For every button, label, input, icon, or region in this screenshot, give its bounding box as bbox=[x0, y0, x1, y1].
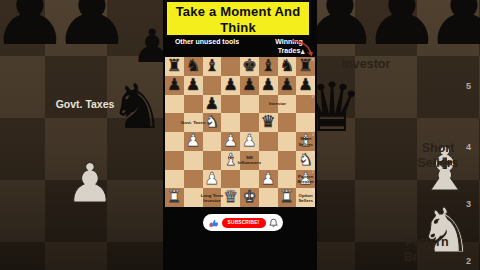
like-icon[interactable] bbox=[209, 218, 219, 228]
more-options-icon[interactable]: ⋯ bbox=[306, 49, 312, 55]
piece-black-pawn[interactable]: ♟ bbox=[204, 96, 219, 113]
square-b1[interactable] bbox=[184, 188, 203, 207]
piece-white-queen[interactable]: ♛ bbox=[223, 189, 238, 206]
square-b6[interactable] bbox=[184, 95, 203, 114]
piece-black-knight[interactable]: ♞ bbox=[186, 58, 201, 75]
square-f1[interactable] bbox=[259, 188, 278, 207]
piece-white-pawn[interactable]: ♟ bbox=[186, 133, 201, 150]
square-c2[interactable]: ♟ bbox=[203, 170, 222, 189]
square-d8[interactable] bbox=[221, 57, 240, 76]
square-a5[interactable] bbox=[165, 113, 184, 132]
square-a4[interactable] bbox=[165, 132, 184, 151]
square-d7[interactable]: ♟ bbox=[221, 76, 240, 95]
piece-black-pawn[interactable]: ♟ bbox=[242, 77, 257, 94]
center-panel: Take a Moment And Think Other unused too… bbox=[163, 0, 317, 270]
square-c6[interactable]: ♟ bbox=[203, 95, 222, 114]
square-g3[interactable] bbox=[278, 151, 297, 170]
piece-black-pawn[interactable]: ♟ bbox=[261, 77, 276, 94]
piece-black-pawn[interactable]: ♟ bbox=[223, 77, 238, 94]
board-mini-toolbar[interactable]: ♟ ⋯ bbox=[300, 49, 312, 55]
square-a6[interactable] bbox=[165, 95, 184, 114]
rank-coord: 1 bbox=[312, 189, 314, 193]
square-c1[interactable] bbox=[203, 188, 222, 207]
square-d5[interactable] bbox=[221, 113, 240, 132]
square-f4[interactable] bbox=[259, 132, 278, 151]
square-h6[interactable]: 6 bbox=[296, 95, 315, 114]
background-rank-coord: 4 bbox=[466, 142, 471, 152]
square-g6[interactable] bbox=[278, 95, 297, 114]
piece-black-pawn[interactable]: ♟ bbox=[186, 77, 201, 94]
square-e1[interactable]: ♚ bbox=[240, 188, 259, 207]
square-b4[interactable]: ♟ bbox=[184, 132, 203, 151]
piece-black-queen[interactable]: ♛ bbox=[261, 114, 276, 131]
square-c7[interactable] bbox=[203, 76, 222, 95]
square-c3[interactable] bbox=[203, 151, 222, 170]
square-c5[interactable]: ♞ bbox=[203, 113, 222, 132]
piece-white-pawn[interactable]: ♟ bbox=[261, 171, 276, 188]
piece-black-pawn[interactable]: ♟ bbox=[279, 77, 294, 94]
subscribe-pill[interactable]: SUBSCRIBE! bbox=[203, 214, 283, 231]
square-e8[interactable]: ♚ bbox=[240, 57, 259, 76]
square-g5[interactable] bbox=[278, 113, 297, 132]
square-g7[interactable]: ♟ bbox=[278, 76, 297, 95]
label-other-unused-tools: Other unused tools bbox=[169, 38, 245, 47]
bell-icon[interactable] bbox=[269, 218, 278, 228]
square-f8[interactable]: ♝ bbox=[259, 57, 278, 76]
rank-coord: 6 bbox=[312, 95, 314, 99]
square-b2[interactable] bbox=[184, 170, 203, 189]
subscribe-label: SUBSCRIBE! bbox=[228, 220, 260, 225]
piece-black-pawn[interactable]: ♟ bbox=[167, 77, 182, 94]
background-label-pattern-breaker: Pattern Breaker bbox=[395, 235, 459, 265]
piece-white-king[interactable]: ♚ bbox=[242, 189, 257, 206]
chess-board[interactable]: ♜♞♝♚♝♞8♜♟♟♟♟♟♟7♟♟6♞♛5♟♟♟4♝♝3♞♟♟2♟♜♛♚♜1 bbox=[165, 57, 315, 207]
piece-white-bishop[interactable]: ♝ bbox=[298, 133, 313, 150]
square-h7[interactable]: 7♟ bbox=[296, 76, 315, 95]
square-b8[interactable]: ♞ bbox=[184, 57, 203, 76]
square-h5[interactable]: 5 bbox=[296, 113, 315, 132]
piece-white-pawn[interactable]: ♟ bbox=[298, 171, 313, 188]
background-label-short-sellers: Short Sellers bbox=[408, 141, 468, 171]
square-h4[interactable]: 4♝ bbox=[296, 132, 315, 151]
piece-white-pawn[interactable]: ♟ bbox=[204, 171, 219, 188]
rank-coord: 5 bbox=[312, 114, 314, 118]
square-g1[interactable]: ♜ bbox=[278, 188, 297, 207]
square-b3[interactable] bbox=[184, 151, 203, 170]
square-g4[interactable] bbox=[278, 132, 297, 151]
square-a1[interactable]: ♜ bbox=[165, 188, 184, 207]
background-rank-coord: 5 bbox=[466, 81, 471, 91]
piece-white-rook[interactable]: ♜ bbox=[279, 189, 294, 206]
background-pawn-icon: ♟ bbox=[66, 157, 114, 211]
piece-black-bishop[interactable]: ♝ bbox=[261, 58, 276, 75]
piece-black-rook[interactable]: ♜ bbox=[167, 58, 182, 75]
background-rank-coord: 3 bbox=[466, 199, 471, 209]
background-label-investor: Investor bbox=[326, 57, 406, 72]
square-e4[interactable]: ♟ bbox=[240, 132, 259, 151]
square-f5[interactable]: ♛ bbox=[259, 113, 278, 132]
square-e7[interactable]: ♟ bbox=[240, 76, 259, 95]
square-f6[interactable] bbox=[259, 95, 278, 114]
square-h8[interactable]: 8♜ bbox=[296, 57, 315, 76]
background-knight-icon: ♞ bbox=[109, 76, 165, 138]
square-c4[interactable] bbox=[203, 132, 222, 151]
video-frame: ♟ ♟ ♟ ♟ ♟ ♟ ♞ ♟ ♛ ♝ ♞ Govt. Taxes Invest… bbox=[0, 0, 480, 270]
piece-white-rook[interactable]: ♜ bbox=[167, 189, 182, 206]
piece-white-bishop[interactable]: ♝ bbox=[223, 152, 238, 169]
pawn-icon: ♟ bbox=[300, 49, 305, 55]
square-e5[interactable] bbox=[240, 113, 259, 132]
square-f3[interactable] bbox=[259, 151, 278, 170]
square-h3[interactable]: 3♞ bbox=[296, 151, 315, 170]
background-rank-coord: 2 bbox=[466, 256, 471, 266]
square-g8[interactable]: ♞ bbox=[278, 57, 297, 76]
square-h1[interactable]: 1 bbox=[296, 188, 315, 207]
square-f2[interactable]: ♟ bbox=[259, 170, 278, 189]
square-f7[interactable]: ♟ bbox=[259, 76, 278, 95]
square-d2[interactable] bbox=[221, 170, 240, 189]
piece-black-rook[interactable]: ♜ bbox=[298, 58, 313, 75]
page-title: Take a Moment And Think bbox=[176, 4, 301, 35]
background-label-govt-taxes: Govt. Taxes bbox=[55, 98, 115, 111]
square-a2[interactable] bbox=[165, 170, 184, 189]
subscribe-button[interactable]: SUBSCRIBE! bbox=[222, 218, 266, 228]
square-d4[interactable]: ♟ bbox=[221, 132, 240, 151]
square-b5[interactable] bbox=[184, 113, 203, 132]
piece-white-pawn[interactable]: ♟ bbox=[223, 133, 238, 150]
square-b7[interactable]: ♟ bbox=[184, 76, 203, 95]
square-c8[interactable]: ♝ bbox=[203, 57, 222, 76]
piece-black-knight[interactable]: ♞ bbox=[279, 58, 294, 75]
square-d1[interactable]: ♛ bbox=[221, 188, 240, 207]
piece-white-knight[interactable]: ♞ bbox=[298, 152, 313, 169]
title-banner: Take a Moment And Think bbox=[165, 0, 311, 37]
square-e2[interactable] bbox=[240, 170, 259, 189]
square-d6[interactable] bbox=[221, 95, 240, 114]
piece-black-king[interactable]: ♚ bbox=[242, 58, 257, 75]
background-pawn-icon: ♟ bbox=[425, 0, 480, 58]
square-e6[interactable] bbox=[240, 95, 259, 114]
square-h2[interactable]: 2♟ bbox=[296, 170, 315, 189]
square-d3[interactable]: ♝ bbox=[221, 151, 240, 170]
square-a3[interactable] bbox=[165, 151, 184, 170]
square-e3[interactable] bbox=[240, 151, 259, 170]
piece-black-bishop[interactable]: ♝ bbox=[204, 58, 219, 75]
piece-white-knight[interactable]: ♞ bbox=[204, 114, 219, 131]
background-pawn-icon: ♟ bbox=[53, 0, 132, 58]
piece-black-pawn[interactable]: ♟ bbox=[298, 77, 313, 94]
square-a8[interactable]: ♜ bbox=[165, 57, 184, 76]
square-g2[interactable] bbox=[278, 170, 297, 189]
square-a7[interactable]: ♟ bbox=[165, 76, 184, 95]
piece-white-pawn[interactable]: ♟ bbox=[242, 133, 257, 150]
